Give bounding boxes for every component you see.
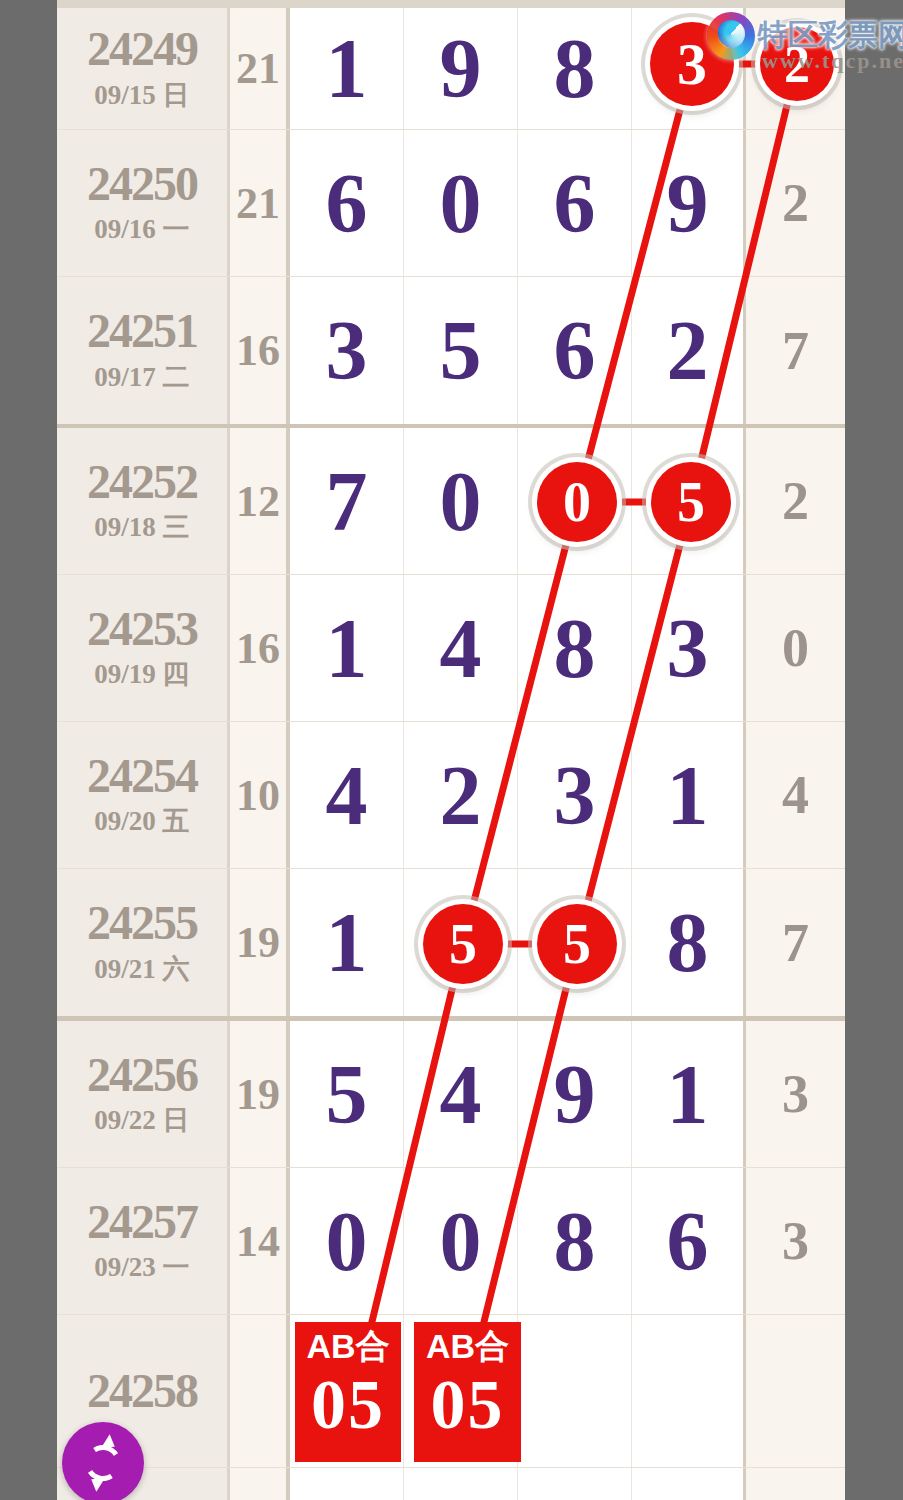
issue-cell: 24255 09/21 六 (57, 869, 230, 1016)
table-row: 24250 09/16 一 21 6 0 6 9 2 (57, 130, 845, 277)
digit-cell: 0 (404, 1168, 518, 1314)
highlight-circle: 5 (423, 904, 503, 984)
issue-cell: 24251 09/17 二 (57, 277, 230, 424)
digit-cell: 5 (290, 1021, 404, 1167)
highlight-circle: 5 (651, 462, 731, 542)
digit-cell: 1 (290, 8, 404, 129)
lottery-trend-screen: 24249 09/15 日 21 1 9 8 3 2 24250 09/16 一… (0, 0, 903, 1500)
issue-number: 24253 (87, 604, 197, 654)
digit-cell (632, 1468, 746, 1500)
issue-cell: 24252 09/18 三 (57, 428, 230, 574)
digit-cell (290, 1468, 404, 1500)
issue-date: 09/16 一 (94, 211, 189, 247)
sum-cell: 19 (230, 1021, 290, 1167)
digit-cell: 5 (404, 277, 518, 424)
issue-number: 24254 (87, 751, 197, 801)
issue-date: 09/18 三 (94, 509, 189, 545)
tail-cell (746, 1468, 845, 1500)
digit-cell: 8 (632, 869, 746, 1016)
tail-cell: 2 (746, 428, 845, 574)
digit-cell (518, 1468, 632, 1500)
digit-cell: 1 (290, 575, 404, 721)
tail-cell (746, 1315, 845, 1467)
highlight-circle: 5 (537, 904, 617, 984)
highlight-circle: 3 (650, 22, 734, 106)
digit-cell: 1 (632, 722, 746, 868)
digit-cell: 7 (290, 428, 404, 574)
digit-cell: 8 (518, 575, 632, 721)
ab-sum-box: AB合 05 (295, 1322, 401, 1462)
table-row: 24254 09/20 五 10 4 2 3 1 4 (57, 722, 845, 869)
issue-number: 24258 (87, 1366, 197, 1416)
sum-cell: 21 (230, 130, 290, 276)
highlight-circle: 0 (537, 462, 617, 542)
table-row-partial (57, 1468, 845, 1500)
sum-cell (230, 1468, 290, 1500)
refresh-icon (85, 1445, 121, 1481)
digit-cell (632, 1315, 746, 1467)
digit-cell: 0 (290, 1168, 404, 1314)
issue-number: 24251 (87, 306, 197, 356)
digit-cell: 3 (518, 722, 632, 868)
digit-cell: 6 (518, 277, 632, 424)
ab-sum-label: AB合 (426, 1328, 509, 1365)
sum-cell: 14 (230, 1168, 290, 1314)
digit-cell: 6 (290, 130, 404, 276)
issue-cell: 24250 09/16 一 (57, 130, 230, 276)
digit-cell: 8 (518, 1168, 632, 1314)
issue-date: 09/21 六 (94, 951, 189, 987)
ab-sum-label: AB合 (306, 1328, 389, 1365)
tail-cell: 4 (746, 722, 845, 868)
digit-cell (518, 1315, 632, 1467)
trend-table: 24249 09/15 日 21 1 9 8 3 2 24250 09/16 一… (57, 0, 845, 1500)
refresh-button[interactable] (62, 1422, 144, 1500)
tail-cell: 7 (746, 869, 845, 1016)
issue-date: 09/19 四 (94, 656, 189, 692)
issue-number: 24250 (87, 159, 197, 209)
digit-cell: 0 (404, 428, 518, 574)
issue-number: 24256 (87, 1050, 197, 1100)
tail-cell: 3 (746, 1021, 845, 1167)
issue-number: 24255 (87, 898, 197, 948)
digit-cell: 9 (518, 1021, 632, 1167)
sum-cell: 16 (230, 575, 290, 721)
digit-cell: 4 (404, 1021, 518, 1167)
tail-cell: 7 (746, 277, 845, 424)
issue-cell: 24254 09/20 五 (57, 722, 230, 868)
digit-cell: 4 (290, 722, 404, 868)
group-separator (57, 0, 845, 8)
digit-cell: 2 (632, 277, 746, 424)
digit-cell: 8 (518, 8, 632, 129)
table-row: 24256 09/22 日 19 5 4 9 1 3 (57, 1021, 845, 1168)
issue-date: 09/22 日 (94, 1102, 189, 1138)
issue-date: 09/20 五 (94, 803, 189, 839)
issue-number: 24249 (87, 24, 197, 74)
ab-sum-value: 05 (431, 1365, 505, 1446)
digit-cell: 0 (404, 130, 518, 276)
digit-cell: 1 (632, 1021, 746, 1167)
digit-cell: 9 (404, 8, 518, 129)
digit-cell: 6 (632, 1168, 746, 1314)
digit-cell: 9 (632, 130, 746, 276)
digit-cell: 1 (290, 869, 404, 1016)
issue-date: 09/23 一 (94, 1249, 189, 1285)
tail-cell: 0 (746, 575, 845, 721)
issue-cell: 24249 09/15 日 (57, 8, 230, 129)
table-row: 24257 09/23 一 14 0 0 8 6 3 (57, 1168, 845, 1315)
digit-cell: 2 (404, 722, 518, 868)
sum-cell: 12 (230, 428, 290, 574)
issue-cell: 24256 09/22 日 (57, 1021, 230, 1167)
issue-number: 24252 (87, 457, 197, 507)
sum-cell: 16 (230, 277, 290, 424)
issue-date: 09/17 二 (94, 359, 189, 395)
table-row: 24253 09/19 四 16 1 4 8 3 0 (57, 575, 845, 722)
ab-sum-box: AB合 05 (414, 1322, 521, 1462)
sum-cell (230, 1315, 290, 1467)
tail-cell: 2 (746, 130, 845, 276)
digit-cell: 3 (290, 277, 404, 424)
highlight-circle: 2 (760, 27, 834, 101)
digit-cell (404, 1468, 518, 1500)
sum-cell: 19 (230, 869, 290, 1016)
issue-cell: 24253 09/19 四 (57, 575, 230, 721)
issue-cell: 24257 09/23 一 (57, 1168, 230, 1314)
digit-cell: 3 (632, 575, 746, 721)
ab-sum-value: 05 (311, 1365, 385, 1446)
digit-cell: 6 (518, 130, 632, 276)
issue-number: 24257 (87, 1197, 197, 1247)
digit-cell: 4 (404, 575, 518, 721)
sum-cell: 10 (230, 722, 290, 868)
table-row: 24251 09/17 二 16 3 5 6 2 7 (57, 277, 845, 424)
sum-cell: 21 (230, 8, 290, 129)
tail-cell: 3 (746, 1168, 845, 1314)
issue-date: 09/15 日 (94, 77, 189, 113)
